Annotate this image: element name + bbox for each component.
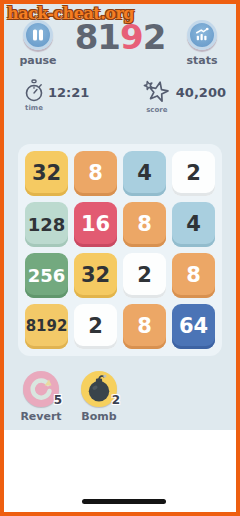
pause-group: pause bbox=[16, 20, 60, 67]
title-part2: 2 bbox=[143, 17, 166, 57]
tile-8: 8 bbox=[172, 253, 215, 298]
tile-32: 32 bbox=[74, 253, 117, 298]
tile-2: 2 bbox=[74, 304, 117, 349]
tile-8: 8 bbox=[123, 202, 166, 247]
title-accent: 9 bbox=[120, 17, 143, 57]
tile-4: 4 bbox=[172, 202, 215, 247]
pause-label: pause bbox=[19, 54, 56, 67]
tile-128: 128 bbox=[25, 202, 68, 247]
game-title: 8192 bbox=[60, 18, 180, 56]
star-icon bbox=[142, 79, 172, 105]
time-value: 12:21 bbox=[48, 85, 89, 100]
bomb-count-badge: 2 bbox=[112, 393, 120, 407]
tile-16: 16 bbox=[74, 202, 117, 247]
stats-label: stats bbox=[186, 54, 217, 67]
revert-count-badge: 5 bbox=[54, 393, 62, 407]
tile-32: 32 bbox=[25, 151, 68, 196]
watermark-text: hack-cheat.org bbox=[7, 4, 134, 23]
tile-2: 2 bbox=[172, 151, 215, 196]
stats-chart-icon bbox=[193, 26, 211, 44]
score-stat: score 40,200 bbox=[142, 79, 226, 114]
tile-256: 256 bbox=[25, 253, 68, 298]
tile-8192: 8192 bbox=[25, 304, 68, 349]
title-part1: 81 bbox=[75, 17, 120, 57]
revert-powerup-button[interactable]: 5 Revert bbox=[16, 371, 66, 423]
score-label: score bbox=[146, 106, 167, 114]
pause-button[interactable] bbox=[23, 20, 53, 50]
tile-8: 8 bbox=[123, 304, 166, 349]
tile-2: 2 bbox=[123, 253, 166, 298]
tile-4: 4 bbox=[123, 151, 166, 196]
tile-8: 8 bbox=[74, 151, 117, 196]
board-grid[interactable]: 328421281684256322881922864 bbox=[18, 144, 222, 356]
score-value: 40,200 bbox=[176, 85, 226, 100]
game-area: hack-cheat.org pause 8192 bbox=[4, 4, 236, 430]
bomb-powerup-button[interactable]: 2 Bomb bbox=[74, 371, 124, 423]
powerups-row: 5 Revert 2 Bomb bbox=[16, 371, 236, 423]
bomb-label: Bomb bbox=[81, 410, 116, 423]
stopwatch-icon bbox=[24, 79, 44, 103]
time-icon-column: time bbox=[24, 79, 44, 112]
score-icon-column: score bbox=[142, 79, 172, 114]
phone-screen: hack-cheat.org pause 8192 bbox=[4, 4, 236, 512]
time-stat: time 12:21 bbox=[24, 79, 89, 112]
tile-64: 64 bbox=[172, 304, 215, 349]
time-label: time bbox=[25, 104, 43, 112]
gesture-nav-bar[interactable] bbox=[82, 499, 166, 504]
pause-icon bbox=[31, 28, 45, 42]
status-row: time 12:21 score 40,200 bbox=[4, 67, 236, 114]
stats-group: stats bbox=[180, 20, 224, 67]
stats-button[interactable] bbox=[187, 20, 217, 50]
revert-label: Revert bbox=[20, 410, 61, 423]
